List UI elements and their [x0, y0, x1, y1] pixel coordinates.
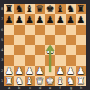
- square-f7[interactable]: ♟: [55, 14, 65, 24]
- file-label-e: e: [48, 87, 53, 89]
- square-a5[interactable]: [4, 35, 14, 45]
- square-c8[interactable]: ♝: [25, 4, 35, 14]
- square-f8[interactable]: ♝: [55, 4, 65, 14]
- piece-black-pawn[interactable]: ♟: [46, 15, 55, 25]
- square-h6[interactable]: [76, 25, 86, 35]
- piece-white-bishop[interactable]: ♝: [56, 76, 65, 86]
- file-label-f: f: [58, 87, 63, 89]
- square-h1[interactable]: ♜: [76, 76, 86, 86]
- square-b3[interactable]: [14, 55, 24, 65]
- square-e7[interactable]: ♟: [45, 14, 55, 24]
- file-label-d: d: [37, 87, 42, 89]
- piece-black-rook[interactable]: ♜: [77, 4, 86, 14]
- file-label-a: a: [7, 87, 12, 89]
- square-h5[interactable]: [76, 35, 86, 45]
- square-d1[interactable]: ♛: [35, 76, 45, 86]
- square-d4[interactable]: [35, 45, 45, 55]
- board-grid: ♜♞♝♛♚♝♞♜♟♟♟♟♟♟♟♟♟♟♟♟♟♟♟♟♜♞♝♛♚♝♞♜: [4, 4, 86, 86]
- square-g4[interactable]: [66, 45, 76, 55]
- square-c1[interactable]: ♝: [25, 76, 35, 86]
- square-d5[interactable]: [35, 35, 45, 45]
- square-b5[interactable]: [14, 35, 24, 45]
- piece-white-pawn[interactable]: ♟: [25, 66, 34, 76]
- square-a3[interactable]: [4, 55, 14, 65]
- square-c6[interactable]: [25, 25, 35, 35]
- piece-white-knight[interactable]: ♞: [15, 76, 24, 86]
- square-a4[interactable]: [4, 45, 14, 55]
- file-label-c: c: [27, 87, 32, 89]
- rank-label-1: 1: [1, 78, 3, 83]
- square-d3[interactable]: [35, 55, 45, 65]
- piece-white-knight[interactable]: ♞: [66, 76, 75, 86]
- piece-white-bishop[interactable]: ♝: [25, 76, 34, 86]
- square-f6[interactable]: [55, 25, 65, 35]
- square-c7[interactable]: ♟: [25, 14, 35, 24]
- rank-label-6: 6: [1, 27, 3, 32]
- square-h3[interactable]: [76, 55, 86, 65]
- square-g5[interactable]: [66, 35, 76, 45]
- piece-white-pawn[interactable]: ♟: [46, 45, 55, 55]
- square-e6[interactable]: [45, 25, 55, 35]
- square-d7[interactable]: ♟: [35, 14, 45, 24]
- piece-black-bishop[interactable]: ♝: [56, 4, 65, 14]
- square-g6[interactable]: [66, 25, 76, 35]
- piece-white-rook[interactable]: ♜: [5, 76, 14, 86]
- piece-black-pawn[interactable]: ♟: [36, 15, 45, 25]
- piece-white-king[interactable]: ♚: [46, 76, 55, 86]
- piece-black-king[interactable]: ♚: [46, 4, 55, 14]
- square-c5[interactable]: [25, 35, 35, 45]
- piece-white-pawn[interactable]: ♟: [36, 66, 45, 76]
- square-e3[interactable]: [45, 55, 55, 65]
- square-e1[interactable]: ♚: [45, 76, 55, 86]
- piece-black-queen[interactable]: ♛: [36, 4, 45, 14]
- square-g8[interactable]: ♞: [66, 4, 76, 14]
- piece-black-pawn[interactable]: ♟: [5, 15, 14, 25]
- square-g7[interactable]: ♟: [66, 14, 76, 24]
- square-e8[interactable]: ♚: [45, 4, 55, 14]
- square-d8[interactable]: ♛: [35, 4, 45, 14]
- square-e4[interactable]: ♟: [45, 45, 55, 55]
- file-label-h: h: [78, 87, 83, 89]
- file-label-g: g: [68, 87, 73, 89]
- square-b7[interactable]: ♟: [14, 14, 24, 24]
- square-c4[interactable]: [25, 45, 35, 55]
- rank-label-8: 8: [1, 7, 3, 12]
- square-a6[interactable]: [4, 25, 14, 35]
- piece-white-rook[interactable]: ♜: [77, 76, 86, 86]
- square-b8[interactable]: ♞: [14, 4, 24, 14]
- piece-black-bishop[interactable]: ♝: [25, 4, 34, 14]
- piece-white-queen[interactable]: ♛: [36, 76, 45, 86]
- piece-white-pawn[interactable]: ♟: [56, 66, 65, 76]
- rank-label-7: 7: [1, 17, 3, 22]
- square-a1[interactable]: ♜: [4, 76, 14, 86]
- piece-black-knight[interactable]: ♞: [15, 4, 24, 14]
- piece-black-pawn[interactable]: ♟: [15, 15, 24, 25]
- piece-black-pawn[interactable]: ♟: [77, 15, 86, 25]
- square-f4[interactable]: [55, 45, 65, 55]
- square-b4[interactable]: [14, 45, 24, 55]
- piece-black-knight[interactable]: ♞: [66, 4, 75, 14]
- piece-black-pawn[interactable]: ♟: [56, 15, 65, 25]
- square-g1[interactable]: ♞: [66, 76, 76, 86]
- square-f3[interactable]: [55, 55, 65, 65]
- rank-label-4: 4: [1, 48, 3, 53]
- square-g3[interactable]: [66, 55, 76, 65]
- square-h4[interactable]: [76, 45, 86, 55]
- square-h7[interactable]: ♟: [76, 14, 86, 24]
- piece-black-pawn[interactable]: ♟: [66, 15, 75, 25]
- piece-white-pawn[interactable]: ♟: [5, 66, 14, 76]
- piece-white-pawn[interactable]: ♟: [15, 66, 24, 76]
- file-label-b: b: [17, 87, 22, 89]
- square-b6[interactable]: [14, 25, 24, 35]
- chess-board: ♜♞♝♛♚♝♞♜♟♟♟♟♟♟♟♟♟♟♟♟♟♟♟♟♜♞♝♛♚♝♞♜ 8765432…: [0, 0, 90, 90]
- square-d6[interactable]: [35, 25, 45, 35]
- rank-label-5: 5: [1, 37, 3, 42]
- piece-white-pawn[interactable]: ♟: [66, 66, 75, 76]
- piece-white-pawn[interactable]: ♟: [77, 66, 86, 76]
- piece-black-rook[interactable]: ♜: [5, 4, 14, 14]
- square-f1[interactable]: ♝: [55, 76, 65, 86]
- piece-black-pawn[interactable]: ♟: [25, 15, 34, 25]
- square-h8[interactable]: ♜: [76, 4, 86, 14]
- rank-label-3: 3: [1, 58, 3, 63]
- square-a7[interactable]: ♟: [4, 14, 14, 24]
- rank-label-2: 2: [1, 68, 3, 73]
- square-c3[interactable]: [25, 55, 35, 65]
- square-a8[interactable]: ♜: [4, 4, 14, 14]
- square-b1[interactable]: ♞: [14, 76, 24, 86]
- square-f5[interactable]: [55, 35, 65, 45]
